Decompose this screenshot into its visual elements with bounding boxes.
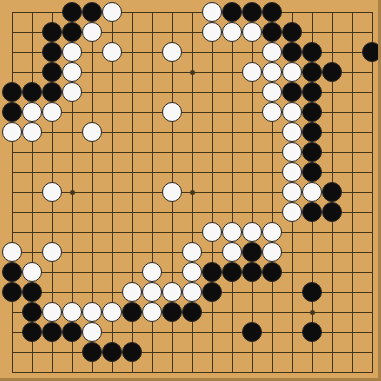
black-stone [302,322,322,342]
grid-line-vertical [232,12,233,373]
black-stone [182,302,202,322]
black-stone [222,262,242,282]
star-point [310,310,315,315]
grid-line-horizontal [12,372,373,373]
grid-line-vertical [212,12,213,373]
white-stone [282,102,302,122]
white-stone [282,182,302,202]
white-stone [2,122,22,142]
black-stone [102,342,122,362]
black-stone [242,2,262,22]
black-stone [302,162,322,182]
white-stone [142,302,162,322]
black-stone [22,82,42,102]
white-stone [42,302,62,322]
star-point [190,190,195,195]
white-stone [162,102,182,122]
black-stone [122,302,142,322]
white-stone [202,222,222,242]
white-stone [122,282,142,302]
go-board[interactable] [0,0,381,381]
white-stone [262,42,282,62]
black-stone [202,262,222,282]
white-stone [222,22,242,42]
white-stone [182,262,202,282]
black-stone [2,82,22,102]
white-stone [242,62,262,82]
black-stone [322,62,342,82]
white-stone [82,322,102,342]
black-stone [42,322,62,342]
white-stone [42,102,62,122]
white-stone [142,282,162,302]
white-stone [42,242,62,262]
white-stone [202,22,222,42]
white-stone [22,122,42,142]
grid-line-vertical [372,12,373,373]
white-stone [242,222,262,242]
white-stone [82,302,102,322]
white-stone [82,22,102,42]
white-stone [262,102,282,122]
white-stone [262,222,282,242]
black-stone [22,322,42,342]
black-stone [282,82,302,102]
white-stone [182,242,202,262]
white-stone [282,142,302,162]
white-stone [262,62,282,82]
black-stone [302,282,322,302]
white-stone [102,42,122,62]
white-stone [282,62,302,82]
white-stone [142,262,162,282]
black-stone [302,122,322,142]
white-stone [162,282,182,302]
white-stone [222,222,242,242]
black-stone [122,342,142,362]
black-stone [302,42,322,62]
black-stone [42,42,62,62]
white-stone [82,122,102,142]
white-stone [62,302,82,322]
white-stone [102,302,122,322]
star-point [70,190,75,195]
black-stone [82,2,102,22]
black-stone [42,22,62,42]
white-stone [22,262,42,282]
star-point [190,70,195,75]
white-stone [102,2,122,22]
black-stone [282,22,302,42]
white-stone [282,202,302,222]
black-stone [62,2,82,22]
white-stone [282,162,302,182]
black-stone [62,22,82,42]
black-stone [302,62,322,82]
grid-line-horizontal [12,352,373,353]
black-stone [2,262,22,282]
black-stone [242,242,262,262]
white-stone [62,42,82,62]
grid-line-horizontal [12,232,373,233]
black-stone [322,202,342,222]
black-stone [42,62,62,82]
white-stone [262,82,282,102]
white-stone [282,122,302,142]
black-stone [202,282,222,302]
screenshot-stage [0,0,381,381]
black-stone [242,322,262,342]
white-stone [222,242,242,262]
white-stone [302,182,322,202]
black-stone [162,302,182,322]
black-stone [302,102,322,122]
white-stone [262,242,282,262]
white-stone [162,182,182,202]
black-stone [302,142,322,162]
black-stone [262,262,282,282]
black-stone [82,342,102,362]
white-stone [162,42,182,62]
black-stone [302,202,322,222]
white-stone [62,62,82,82]
black-stone [262,22,282,42]
grid-line-vertical [352,12,353,373]
white-stone [2,242,22,262]
white-stone [62,82,82,102]
black-stone [2,282,22,302]
black-stone [62,322,82,342]
black-stone [42,82,62,102]
black-stone [242,262,262,282]
black-stone [322,182,342,202]
white-stone [202,2,222,22]
black-stone [222,2,242,22]
black-stone [262,2,282,22]
white-stone [42,182,62,202]
black-stone [2,102,22,122]
white-stone [22,102,42,122]
black-stone [282,42,302,62]
black-stone [22,282,42,302]
black-stone [22,302,42,322]
white-stone [182,282,202,302]
white-stone [242,22,262,42]
black-stone [302,82,322,102]
